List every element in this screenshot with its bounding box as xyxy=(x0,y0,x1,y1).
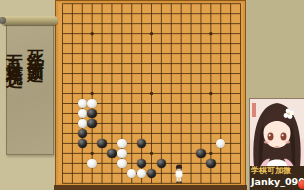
scroll-roller xyxy=(1,16,58,25)
avatar-username: Janky_0907 xyxy=(250,176,304,188)
black-stone xyxy=(157,159,166,168)
red-badge-icon xyxy=(298,180,304,189)
star-point xyxy=(209,32,212,35)
white-stone xyxy=(117,149,126,158)
board-bottom-edge xyxy=(54,185,247,190)
white-stone xyxy=(78,99,87,108)
title-column-main: 死活手筋题 xyxy=(27,36,44,56)
go-board xyxy=(55,0,246,186)
avatar-portrait xyxy=(250,99,304,167)
white-stone xyxy=(117,139,126,148)
black-stone xyxy=(87,119,96,128)
white-stone xyxy=(87,99,96,108)
white-stone xyxy=(117,159,126,168)
star-point xyxy=(209,92,212,95)
black-stone xyxy=(206,159,215,168)
black-stone xyxy=(107,149,116,158)
avatar-caption: 学棋可加微 xyxy=(250,166,304,176)
black-stone xyxy=(97,139,106,148)
star-point xyxy=(209,152,212,155)
white-stone xyxy=(78,109,87,118)
black-stone xyxy=(196,149,205,158)
star-point xyxy=(150,92,153,95)
white-stone xyxy=(78,119,87,128)
board-grid xyxy=(56,1,245,185)
white-stone xyxy=(87,159,96,168)
avatar-text-band: 学棋可加微 Janky_0907 xyxy=(250,166,304,190)
black-stone xyxy=(78,139,87,148)
star-point xyxy=(90,32,93,35)
avatar-card: 学棋可加微 Janky_0907 xyxy=(249,98,304,190)
star-point xyxy=(150,152,153,155)
thumbnail-scene: 死活手筋题 五百道精选 xyxy=(0,0,304,190)
black-stone xyxy=(87,109,96,118)
mini-figure xyxy=(173,164,185,184)
star-point xyxy=(150,32,153,35)
star-point xyxy=(90,152,93,155)
star-point xyxy=(90,92,93,95)
title-column-sub: 五百道精选 xyxy=(6,41,23,61)
black-stone xyxy=(78,129,87,138)
